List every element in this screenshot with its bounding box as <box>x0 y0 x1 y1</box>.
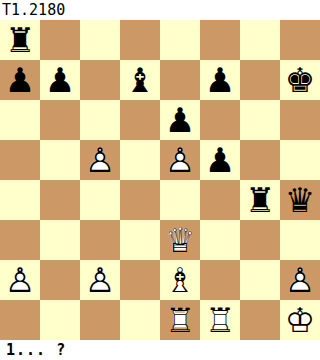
white-queen-icon: ♛♕ <box>160 220 200 260</box>
white-piece-outline-layer: ♔ <box>280 300 320 340</box>
square-g1[interactable] <box>240 300 280 340</box>
white-piece-outline-layer: ♙ <box>0 260 40 300</box>
square-c3[interactable] <box>80 220 120 260</box>
black-piece-layer: ♝ <box>120 60 160 100</box>
square-d8[interactable] <box>120 20 160 60</box>
black-piece-layer: ♟ <box>200 140 240 180</box>
square-b4[interactable] <box>40 180 80 220</box>
square-d6[interactable] <box>120 100 160 140</box>
square-g7[interactable] <box>240 60 280 100</box>
square-f5[interactable]: ♟ <box>200 140 240 180</box>
black-pawn-icon: ♟ <box>200 60 240 100</box>
square-f8[interactable] <box>200 20 240 60</box>
square-b2[interactable] <box>40 260 80 300</box>
square-h4[interactable]: ♛ <box>280 180 320 220</box>
white-piece-outline-layer: ♖ <box>200 300 240 340</box>
square-e4[interactable] <box>160 180 200 220</box>
square-e8[interactable] <box>160 20 200 60</box>
black-rook-icon: ♜ <box>240 180 280 220</box>
square-e1[interactable]: ♜♖ <box>160 300 200 340</box>
white-pawn-icon: ♟♙ <box>80 140 120 180</box>
square-g3[interactable] <box>240 220 280 260</box>
square-g8[interactable] <box>240 20 280 60</box>
white-pawn-icon: ♟♙ <box>0 260 40 300</box>
black-bishop-icon: ♝ <box>120 60 160 100</box>
black-pawn-icon: ♟ <box>160 100 200 140</box>
square-d1[interactable] <box>120 300 160 340</box>
square-g5[interactable] <box>240 140 280 180</box>
square-c4[interactable] <box>80 180 120 220</box>
square-e7[interactable] <box>160 60 200 100</box>
black-rook-icon: ♜ <box>0 20 40 60</box>
white-bishop-icon: ♝♗ <box>160 260 200 300</box>
square-f7[interactable]: ♟ <box>200 60 240 100</box>
square-h2[interactable]: ♟♙ <box>280 260 320 300</box>
square-c8[interactable] <box>80 20 120 60</box>
white-pawn-icon: ♟♙ <box>280 260 320 300</box>
black-pawn-icon: ♟ <box>40 60 80 100</box>
black-queen-icon: ♛ <box>280 180 320 220</box>
square-d3[interactable] <box>120 220 160 260</box>
black-piece-layer: ♜ <box>240 180 280 220</box>
square-h1[interactable]: ♚♔ <box>280 300 320 340</box>
square-c2[interactable]: ♟♙ <box>80 260 120 300</box>
square-f1[interactable]: ♜♖ <box>200 300 240 340</box>
chess-diagram: T1.2180 ♜♟♟♝♟♚♟♟♙♟♙♟♜♛♛♕♟♙♟♙♝♗♟♙♜♖♜♖♚♔ 1… <box>0 0 320 360</box>
square-c7[interactable] <box>80 60 120 100</box>
square-e2[interactable]: ♝♗ <box>160 260 200 300</box>
square-a4[interactable] <box>0 180 40 220</box>
white-piece-outline-layer: ♙ <box>160 140 200 180</box>
square-d4[interactable] <box>120 180 160 220</box>
square-h7[interactable]: ♚ <box>280 60 320 100</box>
black-piece-layer: ♛ <box>280 180 320 220</box>
square-a7[interactable]: ♟ <box>0 60 40 100</box>
square-c6[interactable] <box>80 100 120 140</box>
black-pawn-icon: ♟ <box>0 60 40 100</box>
square-h5[interactable] <box>280 140 320 180</box>
square-d5[interactable] <box>120 140 160 180</box>
black-piece-layer: ♟ <box>40 60 80 100</box>
black-piece-layer: ♟ <box>160 100 200 140</box>
white-pawn-icon: ♟♙ <box>80 260 120 300</box>
square-f6[interactable] <box>200 100 240 140</box>
square-d7[interactable]: ♝ <box>120 60 160 100</box>
move-prompt: 1... ? <box>0 340 320 360</box>
square-b3[interactable] <box>40 220 80 260</box>
white-king-icon: ♚♔ <box>280 300 320 340</box>
white-piece-outline-layer: ♙ <box>280 260 320 300</box>
square-a6[interactable] <box>0 100 40 140</box>
white-pawn-icon: ♟♙ <box>160 140 200 180</box>
white-piece-outline-layer: ♗ <box>160 260 200 300</box>
white-piece-outline-layer: ♙ <box>80 140 120 180</box>
square-d2[interactable] <box>120 260 160 300</box>
square-a2[interactable]: ♟♙ <box>0 260 40 300</box>
square-f4[interactable] <box>200 180 240 220</box>
white-rook-icon: ♜♖ <box>160 300 200 340</box>
black-piece-layer: ♚ <box>280 60 320 100</box>
square-f3[interactable] <box>200 220 240 260</box>
square-e5[interactable]: ♟♙ <box>160 140 200 180</box>
white-piece-outline-layer: ♖ <box>160 300 200 340</box>
square-b8[interactable] <box>40 20 80 60</box>
square-h8[interactable] <box>280 20 320 60</box>
square-g6[interactable] <box>240 100 280 140</box>
white-piece-outline-layer: ♙ <box>80 260 120 300</box>
square-g2[interactable] <box>240 260 280 300</box>
square-g4[interactable]: ♜ <box>240 180 280 220</box>
square-b6[interactable] <box>40 100 80 140</box>
black-pawn-icon: ♟ <box>200 140 240 180</box>
white-piece-outline-layer: ♕ <box>160 220 200 260</box>
white-rook-icon: ♜♖ <box>200 300 240 340</box>
chess-board: ♜♟♟♝♟♚♟♟♙♟♙♟♜♛♛♕♟♙♟♙♝♗♟♙♜♖♜♖♚♔ <box>0 20 320 340</box>
square-e6[interactable]: ♟ <box>160 100 200 140</box>
square-b5[interactable] <box>40 140 80 180</box>
black-king-icon: ♚ <box>280 60 320 100</box>
square-a8[interactable]: ♜ <box>0 20 40 60</box>
square-f2[interactable] <box>200 260 240 300</box>
black-piece-layer: ♟ <box>0 60 40 100</box>
puzzle-title: T1.2180 <box>0 0 320 20</box>
square-a5[interactable] <box>0 140 40 180</box>
square-a1[interactable] <box>0 300 40 340</box>
square-c1[interactable] <box>80 300 120 340</box>
square-c5[interactable]: ♟♙ <box>80 140 120 180</box>
black-piece-layer: ♟ <box>200 60 240 100</box>
black-piece-layer: ♜ <box>0 20 40 60</box>
square-a3[interactable] <box>0 220 40 260</box>
square-h3[interactable] <box>280 220 320 260</box>
square-e3[interactable]: ♛♕ <box>160 220 200 260</box>
square-b7[interactable]: ♟ <box>40 60 80 100</box>
square-h6[interactable] <box>280 100 320 140</box>
square-b1[interactable] <box>40 300 80 340</box>
